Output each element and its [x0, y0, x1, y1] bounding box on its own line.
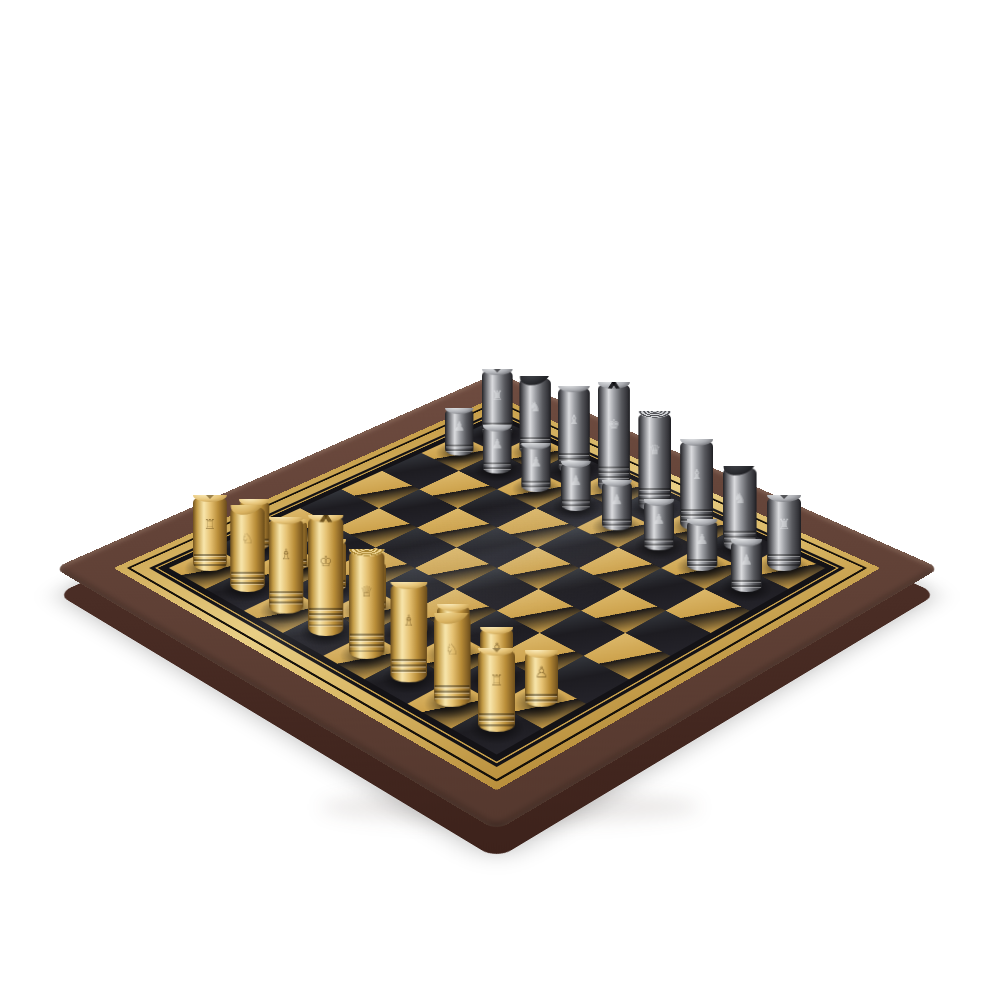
piece-contact-shadow [581, 510, 653, 545]
black-pawn-h7[interactable]: ♟ [445, 408, 474, 456]
piece-top-notched [193, 488, 227, 502]
square-e5[interactable] [457, 528, 538, 568]
square-e6[interactable] [497, 508, 577, 547]
piece-top-notched [767, 488, 801, 502]
piece-glyph: ♗ [280, 547, 293, 561]
square-e7[interactable]: ♟ [537, 489, 616, 527]
piece-top-angled [431, 594, 474, 629]
piece-top-short [525, 643, 559, 657]
square-f7[interactable]: ♟ [497, 471, 575, 508]
white-knight-b1[interactable]: ♘ [434, 613, 471, 707]
square-d8[interactable]: ♛ [615, 489, 694, 527]
piece-glyph: ♟ [653, 512, 665, 526]
piece-base-rings [479, 713, 515, 726]
piece-base-rings [309, 608, 343, 627]
piece-base-rings [391, 659, 426, 675]
piece-glyph: ♕ [360, 583, 373, 598]
square-a5[interactable] [625, 611, 711, 656]
white-bishop-f1[interactable]: ♗ [269, 517, 304, 614]
square-f4[interactable] [376, 528, 457, 568]
white-king-e1[interactable]: ♔ [308, 515, 343, 636]
piece-glyph: ♖ [204, 517, 217, 531]
piece-base-rings [525, 694, 557, 703]
piece-top-short [480, 620, 513, 634]
black-pawn-d7[interactable]: ♟ [602, 480, 632, 531]
piece-top-short [644, 493, 675, 506]
piece-base-rings [194, 554, 227, 566]
piece-contact-shadow [579, 472, 649, 505]
piece-base-rings [482, 422, 512, 433]
piece-glyph: ♙ [535, 664, 549, 679]
black-rook-a8[interactable]: ♜ [767, 495, 801, 571]
black-rook-h8[interactable]: ♜ [482, 369, 513, 438]
black-pawn-b7[interactable]: ♟ [687, 519, 718, 571]
piece-top-short [483, 419, 512, 431]
piece-glyph: ♗ [402, 613, 415, 628]
brass-field: ♜♞♝♚♛♝♞♜♟♟♟♟♟♟♟♟♙♙♙♙♙♙♙♙♖♘♗♔♕♗♘♖ [114, 396, 881, 790]
white-pawn-a2[interactable]: ♙ [525, 650, 559, 707]
piece-base-rings [349, 634, 384, 652]
square-h5[interactable] [342, 471, 420, 508]
piece-base-rings [602, 519, 631, 527]
piece-glyph: ♖ [490, 672, 504, 687]
piece-top-tall [390, 574, 426, 589]
piece-top-tall [269, 510, 304, 524]
black-pawn-a7[interactable]: ♟ [731, 539, 762, 592]
piece-glyph: ♟ [570, 473, 582, 486]
piece-base-rings [522, 481, 550, 489]
piece-contact-shadow [425, 437, 493, 469]
piece-base-rings [269, 592, 303, 607]
piece-glyph: ♛ [649, 442, 661, 455]
piece-top-crossed [308, 508, 343, 523]
piece-top-angled [517, 360, 553, 389]
piece-base-rings [434, 685, 470, 700]
piece-base-rings [483, 463, 511, 471]
piece-contact-shadow [501, 472, 571, 505]
square-f8[interactable]: ♝ [536, 453, 613, 489]
piece-base-rings [446, 445, 473, 453]
product-photo-stage: ♜♞♝♚♛♝♞♜♟♟♟♟♟♟♟♟♙♙♙♙♙♙♙♙♖♘♗♔♕♗♘♖ [0, 0, 1000, 1000]
piece-glyph: ♚ [608, 417, 620, 430]
piece-top-angled [720, 448, 759, 479]
piece-top-short [561, 455, 591, 467]
piece-top-tall [680, 432, 713, 446]
piece-glyph: ♞ [734, 491, 746, 505]
piece-base-rings [598, 467, 629, 485]
black-queen-d8[interactable]: ♛ [638, 411, 671, 511]
square-e8[interactable]: ♚ [575, 471, 653, 508]
black-bishop-f8[interactable]: ♝ [558, 386, 590, 474]
black-pawn-f7[interactable]: ♟ [521, 443, 550, 492]
piece-glyph: ♘ [445, 641, 459, 656]
piece-base-rings [639, 488, 670, 504]
piece-top-short [731, 533, 762, 546]
piece-top-short [687, 513, 718, 526]
piece-top-crossed [598, 376, 630, 389]
square-g4[interactable] [337, 508, 417, 547]
piece-top-concentric [638, 404, 671, 417]
play-area-band: ♜♞♝♚♛♝♞♜♟♟♟♟♟♟♟♟♙♙♙♙♙♙♙♙♖♘♗♔♕♗♘♖ [149, 410, 845, 767]
piece-glyph: ♜ [778, 517, 791, 531]
square-h7[interactable]: ♟ [421, 435, 497, 470]
square-f5[interactable] [417, 508, 497, 547]
piece-glyph: ♟ [740, 552, 753, 566]
piece-top-short [521, 437, 550, 449]
white-knight-g1[interactable]: ♘ [230, 505, 264, 592]
piece-glyph: ♝ [568, 413, 580, 426]
piece-top-notched [482, 362, 513, 375]
square-d6[interactable] [537, 528, 618, 568]
black-pawn-g7[interactable]: ♟ [483, 425, 512, 474]
piece-top-short [445, 402, 474, 414]
piece-base-rings [562, 500, 591, 508]
piece-contact-shadow [623, 529, 696, 565]
piece-contact-shadow [540, 454, 609, 487]
black-pawn-e7[interactable]: ♟ [561, 461, 591, 511]
piece-base-rings [559, 453, 590, 467]
piece-contact-shadow [619, 491, 690, 525]
piece-base-rings [644, 539, 673, 547]
piece-glyph: ♟ [454, 419, 466, 432]
piece-base-rings [687, 559, 717, 567]
square-g6[interactable] [419, 471, 497, 508]
piece-contact-shadow [541, 491, 612, 525]
square-a1[interactable]: ♖ [451, 704, 542, 755]
piece-top-notched [478, 640, 516, 655]
piece-glyph: ♟ [491, 437, 503, 450]
piece-glyph: ♟ [611, 492, 623, 506]
piece-glyph: ♞ [529, 400, 541, 413]
white-rook-h1[interactable]: ♖ [193, 495, 227, 571]
square-h6[interactable] [382, 453, 459, 489]
white-rook-a1[interactable]: ♖ [478, 648, 516, 732]
piece-top-concentric [349, 542, 385, 557]
piece-top-tall [558, 379, 590, 392]
square-h8[interactable]: ♜ [460, 418, 535, 453]
square-g8[interactable]: ♞ [497, 435, 573, 470]
piece-base-rings [731, 580, 761, 588]
piece-glyph: ♔ [319, 554, 332, 569]
square-g7[interactable]: ♟ [459, 453, 536, 489]
piece-glyph: ♝ [691, 467, 703, 481]
piece-glyph: ♜ [492, 389, 503, 402]
piece-glyph: ♟ [530, 455, 542, 468]
piece-base-rings [520, 437, 550, 450]
piece-base-rings [768, 554, 801, 566]
piece-base-rings [231, 572, 264, 586]
piece-glyph: ♟ [696, 532, 709, 546]
white-queen-d1[interactable]: ♕ [349, 549, 385, 659]
square-d7[interactable]: ♟ [577, 508, 657, 547]
black-pawn-c7[interactable]: ♟ [644, 499, 675, 550]
piece-contact-shadow [463, 454, 532, 487]
piece-top-angled [228, 487, 268, 519]
scene-3d: ♜♞♝♚♛♝♞♜♟♟♟♟♟♟♟♟♙♙♙♙♙♙♙♙♖♘♗♔♕♗♘♖ [0, 0, 1000, 1000]
black-knight-g8[interactable]: ♞ [519, 376, 550, 455]
white-bishop-c1[interactable]: ♗ [390, 582, 426, 683]
piece-contact-shadow [464, 420, 531, 451]
black-king-e8[interactable]: ♚ [598, 382, 630, 492]
piece-top-short [602, 474, 632, 487]
piece-contact-shadow [501, 437, 569, 469]
chess-board: ♜♞♝♚♛♝♞♜♟♟♟♟♟♟♟♟♙♙♙♙♙♙♙♙♖♘♗♔♕♗♘♖ [54, 373, 939, 831]
square-g5[interactable] [379, 489, 458, 527]
piece-glyph: ♘ [241, 531, 254, 545]
square-f6[interactable] [458, 489, 537, 527]
